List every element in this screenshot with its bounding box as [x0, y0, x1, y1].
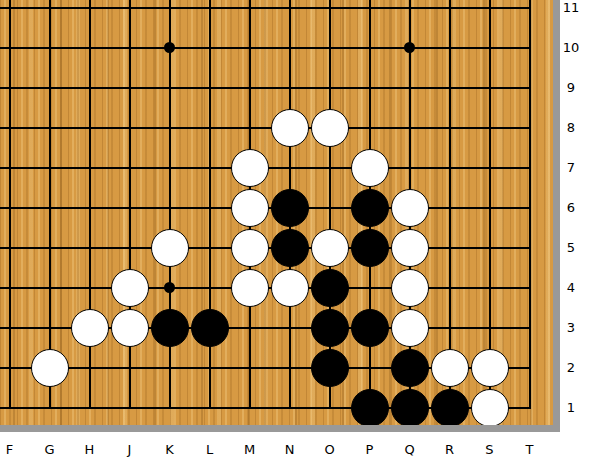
grid-line-h-9: [0, 87, 531, 89]
row-label-11: 11: [555, 0, 587, 16]
stone-white-M7: [231, 149, 269, 187]
grid-line-v-J: [129, 0, 131, 409]
stone-white-O8: [311, 109, 349, 147]
stone-black-L3: [191, 309, 229, 347]
grid-line-v-R: [449, 0, 451, 409]
grid-line-v-T: [529, 0, 531, 409]
stone-black-O4: [311, 269, 349, 307]
row-label-1: 1: [555, 400, 587, 416]
board-shadow-bottom: [0, 425, 553, 432]
grid-line-v-H: [89, 0, 91, 409]
stone-white-N8: [271, 109, 309, 147]
grid-line-h-8: [0, 127, 531, 129]
col-label-Q: Q: [396, 442, 424, 457]
stone-black-P5: [351, 229, 389, 267]
col-label-N: N: [276, 442, 304, 457]
col-label-J: J: [116, 442, 144, 457]
stone-white-K5: [151, 229, 189, 267]
stone-white-G2: [31, 349, 69, 387]
grid-line-v-F: [9, 0, 11, 409]
stone-black-P6: [351, 189, 389, 227]
col-label-O: O: [316, 442, 344, 457]
stone-white-Q5: [391, 229, 429, 267]
stone-black-O2: [311, 349, 349, 387]
stone-black-P3: [351, 309, 389, 347]
stone-white-P7: [351, 149, 389, 187]
col-label-F: F: [0, 442, 24, 457]
stone-white-Q6: [391, 189, 429, 227]
stone-white-J4: [111, 269, 149, 307]
stone-black-Q1: [391, 389, 429, 427]
col-label-G: G: [36, 442, 64, 457]
col-label-S: S: [476, 442, 504, 457]
row-label-10: 10: [555, 40, 587, 56]
stone-black-Q2: [391, 349, 429, 387]
col-label-L: L: [196, 442, 224, 457]
stone-white-Q4: [391, 269, 429, 307]
star-point-Q10: [404, 42, 415, 53]
stone-white-Q3: [391, 309, 429, 347]
grid-line-v-O: [329, 0, 331, 409]
stone-white-N4: [271, 269, 309, 307]
star-point-K4: [164, 282, 175, 293]
row-label-8: 8: [555, 120, 587, 136]
row-label-7: 7: [555, 160, 587, 176]
board-area[interactable]: [0, 0, 553, 425]
col-label-H: H: [76, 442, 104, 457]
grid-line-h-11: [0, 7, 531, 9]
row-label-9: 9: [555, 80, 587, 96]
col-label-P: P: [356, 442, 384, 457]
stone-white-R2: [431, 349, 469, 387]
stone-white-S1: [471, 389, 509, 427]
col-label-T: T: [516, 442, 544, 457]
stone-black-K3: [151, 309, 189, 347]
stone-white-M4: [231, 269, 269, 307]
stone-white-J3: [111, 309, 149, 347]
stone-white-O5: [311, 229, 349, 267]
stone-black-N5: [271, 229, 309, 267]
row-label-5: 5: [555, 240, 587, 256]
row-label-4: 4: [555, 280, 587, 296]
row-label-3: 3: [555, 320, 587, 336]
stone-black-O3: [311, 309, 349, 347]
col-label-M: M: [236, 442, 264, 457]
grid-line-v-L: [209, 0, 211, 409]
col-label-R: R: [436, 442, 464, 457]
stone-black-R1: [431, 389, 469, 427]
stone-white-M6: [231, 189, 269, 227]
row-label-6: 6: [555, 200, 587, 216]
grid-line-h-10: [0, 47, 531, 49]
stone-white-S2: [471, 349, 509, 387]
row-label-2: 2: [555, 360, 587, 376]
stone-white-H3: [71, 309, 109, 347]
stone-black-N6: [271, 189, 309, 227]
stone-white-M5: [231, 229, 269, 267]
grid-line-v-G: [49, 0, 51, 409]
star-point-K10: [164, 42, 175, 53]
grid-line-v-S: [489, 0, 491, 409]
col-label-K: K: [156, 442, 184, 457]
go-diagram-screen: FGHJKLMNOPQRST1110987654321: [0, 0, 598, 471]
stone-black-P1: [351, 389, 389, 427]
grid-line-v-K: [169, 0, 171, 409]
